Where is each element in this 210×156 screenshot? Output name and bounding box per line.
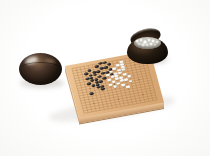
closed-stone-bowl (19, 53, 62, 85)
white-stone (108, 83, 113, 86)
white-stone (127, 75, 132, 78)
black-stone (99, 80, 104, 83)
black-stone (89, 92, 94, 95)
white-stone (113, 85, 118, 88)
black-stone (86, 82, 91, 85)
white-stone (121, 68, 126, 71)
white-stone (124, 78, 129, 81)
white-stone (107, 78, 112, 81)
black-stone (101, 87, 106, 90)
white-stone (128, 80, 133, 83)
black-stone (84, 72, 89, 75)
white-stones-heap (134, 37, 161, 49)
scene (0, 0, 210, 156)
black-stone (103, 66, 108, 69)
bowl-lid-seam (22, 62, 59, 73)
open-stone-bowl (126, 28, 170, 64)
white-stone (126, 85, 131, 88)
white-stone (122, 73, 127, 76)
black-stone (102, 61, 107, 64)
